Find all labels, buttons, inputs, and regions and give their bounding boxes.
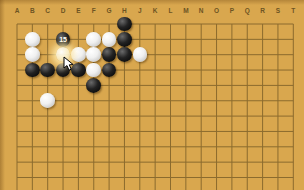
column-label-T: T — [291, 7, 295, 14]
column-label-D: D — [61, 7, 66, 14]
column-label-Q: Q — [245, 7, 250, 14]
stone-white-F18 — [86, 32, 101, 47]
column-label-B: B — [30, 7, 35, 14]
stone-black-B16 — [25, 63, 40, 78]
column-label-O: O — [214, 7, 219, 14]
stone-black-F15 — [86, 78, 101, 93]
column-label-S: S — [276, 7, 280, 14]
stone-white-G18 — [102, 32, 117, 47]
stone-black-D18: 15 — [56, 32, 71, 47]
stone-black-H18 — [117, 32, 132, 47]
column-label-N: N — [199, 7, 204, 14]
column-label-G: G — [107, 7, 112, 14]
stone-white-E17 — [71, 47, 86, 62]
stone-white-F17 — [86, 47, 101, 62]
column-label-J: J — [138, 7, 142, 14]
move-number-label: 15 — [56, 32, 71, 47]
stone-black-H19 — [117, 17, 132, 32]
stone-white-B18 — [25, 32, 40, 47]
column-label-E: E — [76, 7, 80, 14]
stone-white-C14 — [40, 93, 55, 108]
stone-black-H17 — [117, 47, 132, 62]
stone-white-B17 — [25, 47, 40, 62]
column-label-C: C — [45, 7, 50, 14]
column-label-R: R — [260, 7, 265, 14]
column-label-H: H — [122, 7, 127, 14]
column-label-K: K — [153, 7, 158, 14]
column-label-A: A — [15, 7, 20, 14]
stone-white-J17 — [133, 47, 148, 62]
go-board[interactable]: ABCDEFGHJKLMNOPQRST 15 — [0, 0, 304, 190]
column-label-P: P — [230, 7, 234, 14]
column-label-M: M — [183, 7, 188, 14]
column-label-F: F — [92, 7, 96, 14]
column-label-L: L — [169, 7, 173, 14]
stone-black-E16 — [71, 63, 86, 78]
